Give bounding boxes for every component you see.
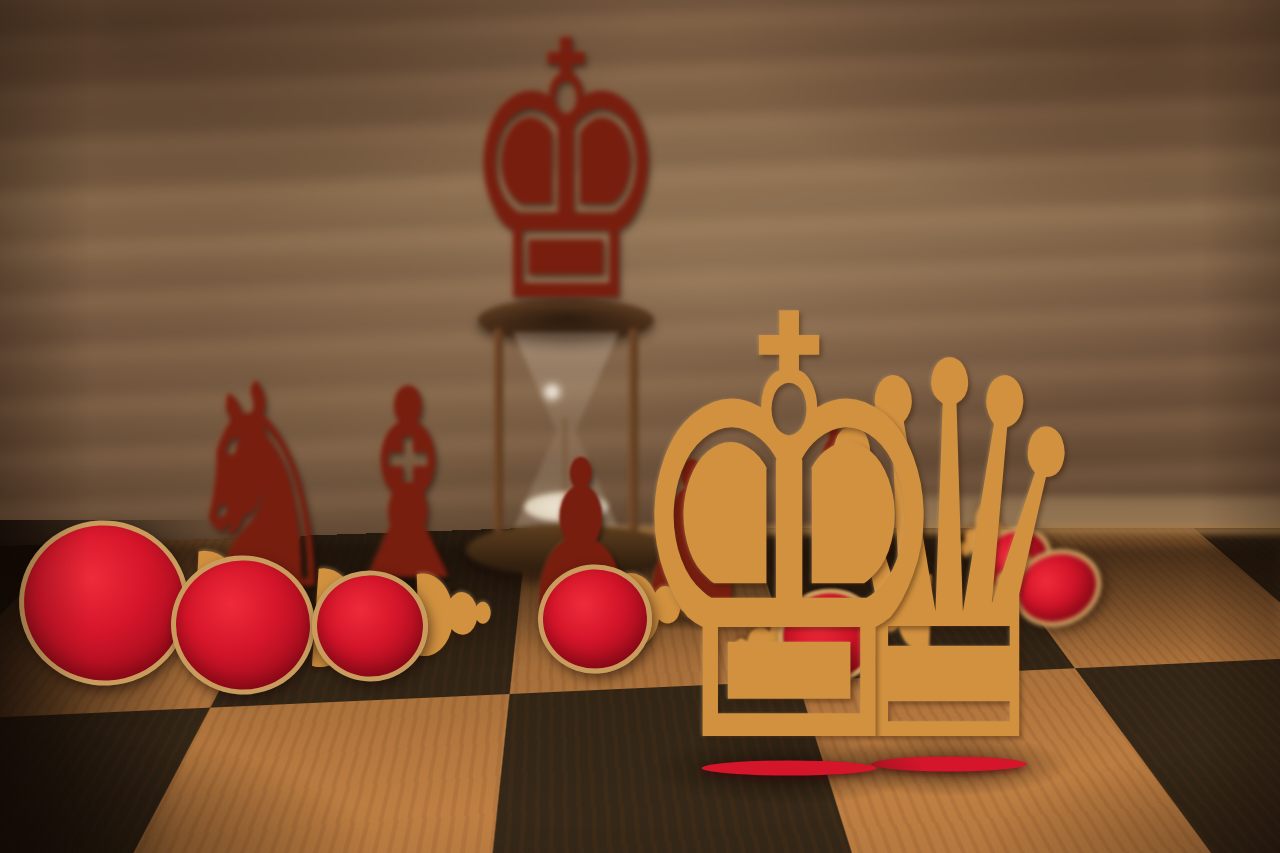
chess-pieces-layer: ♚♞♝♟♟♞♚♛♟♟♟♟♟♟♟♟: [0, 0, 1280, 853]
photo-chess-scene: ♚♞♝♟♟♞♚♛♟♟♟♟♟♟♟♟: [0, 0, 1280, 853]
white-king-glyph: ♚: [617, 243, 962, 826]
